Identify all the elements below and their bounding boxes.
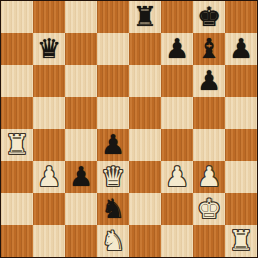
square-f6[interactable] <box>161 65 193 97</box>
square-d3[interactable]: ♛ <box>97 161 129 193</box>
square-b8[interactable] <box>33 1 65 33</box>
white-pawn-piece: ♟ <box>37 163 61 190</box>
square-b4[interactable] <box>33 129 65 161</box>
black-bishop-piece: ♝ <box>197 35 221 62</box>
square-c5[interactable] <box>65 97 97 129</box>
black-king-piece: ♚ <box>197 3 221 30</box>
square-h5[interactable] <box>225 97 257 129</box>
square-h1[interactable]: ♜ <box>225 225 257 257</box>
square-e8[interactable]: ♜ <box>129 1 161 33</box>
white-king-piece: ♚ <box>197 195 221 222</box>
square-e5[interactable] <box>129 97 161 129</box>
square-h2[interactable] <box>225 193 257 225</box>
square-a4[interactable]: ♜ <box>1 129 33 161</box>
square-f1[interactable] <box>161 225 193 257</box>
square-f5[interactable] <box>161 97 193 129</box>
white-rook-piece: ♜ <box>5 131 29 158</box>
square-g2[interactable]: ♚ <box>193 193 225 225</box>
square-e2[interactable] <box>129 193 161 225</box>
white-pawn-piece: ♟ <box>165 163 189 190</box>
square-c7[interactable] <box>65 33 97 65</box>
black-knight-piece: ♞ <box>101 195 125 222</box>
square-b2[interactable] <box>33 193 65 225</box>
square-d8[interactable] <box>97 1 129 33</box>
square-c1[interactable] <box>65 225 97 257</box>
square-c6[interactable] <box>65 65 97 97</box>
square-a5[interactable] <box>1 97 33 129</box>
square-f3[interactable]: ♟ <box>161 161 193 193</box>
square-e1[interactable] <box>129 225 161 257</box>
square-c3[interactable]: ♟ <box>65 161 97 193</box>
square-c8[interactable] <box>65 1 97 33</box>
square-b3[interactable]: ♟ <box>33 161 65 193</box>
square-b5[interactable] <box>33 97 65 129</box>
square-a7[interactable] <box>1 33 33 65</box>
square-f4[interactable] <box>161 129 193 161</box>
black-pawn-piece: ♟ <box>197 67 221 94</box>
white-rook-piece: ♜ <box>229 227 253 254</box>
square-h4[interactable] <box>225 129 257 161</box>
square-e4[interactable] <box>129 129 161 161</box>
square-b7[interactable]: ♛ <box>33 33 65 65</box>
square-g4[interactable] <box>193 129 225 161</box>
square-d7[interactable] <box>97 33 129 65</box>
square-b1[interactable] <box>33 225 65 257</box>
black-pawn-piece: ♟ <box>229 35 253 62</box>
square-f2[interactable] <box>161 193 193 225</box>
square-a2[interactable] <box>1 193 33 225</box>
black-queen-piece: ♛ <box>37 35 61 62</box>
square-g1[interactable] <box>193 225 225 257</box>
square-g7[interactable]: ♝ <box>193 33 225 65</box>
square-d6[interactable] <box>97 65 129 97</box>
square-d5[interactable] <box>97 97 129 129</box>
white-pawn-piece: ♟ <box>197 163 221 190</box>
square-h6[interactable] <box>225 65 257 97</box>
square-e7[interactable] <box>129 33 161 65</box>
board-grid: ♜♚♛♟♝♟♟♜♟♟♟♛♟♟♞♚♞♜ <box>1 1 257 257</box>
square-d4[interactable]: ♟ <box>97 129 129 161</box>
black-pawn-piece: ♟ <box>165 35 189 62</box>
white-knight-piece: ♞ <box>101 227 125 254</box>
square-d2[interactable]: ♞ <box>97 193 129 225</box>
square-g3[interactable]: ♟ <box>193 161 225 193</box>
square-c2[interactable] <box>65 193 97 225</box>
square-g6[interactable]: ♟ <box>193 65 225 97</box>
square-e6[interactable] <box>129 65 161 97</box>
square-e3[interactable] <box>129 161 161 193</box>
square-h3[interactable] <box>225 161 257 193</box>
black-rook-piece: ♜ <box>133 3 157 30</box>
square-a6[interactable] <box>1 65 33 97</box>
black-pawn-piece: ♟ <box>69 163 93 190</box>
square-f8[interactable] <box>161 1 193 33</box>
black-pawn-piece: ♟ <box>101 131 125 158</box>
square-d1[interactable]: ♞ <box>97 225 129 257</box>
square-c4[interactable] <box>65 129 97 161</box>
square-a3[interactable] <box>1 161 33 193</box>
square-a1[interactable] <box>1 225 33 257</box>
square-g5[interactable] <box>193 97 225 129</box>
square-h8[interactable] <box>225 1 257 33</box>
square-f7[interactable]: ♟ <box>161 33 193 65</box>
chess-board: ♜♚♛♟♝♟♟♜♟♟♟♛♟♟♞♚♞♜ <box>0 0 258 258</box>
square-h7[interactable]: ♟ <box>225 33 257 65</box>
square-a8[interactable] <box>1 1 33 33</box>
square-b6[interactable] <box>33 65 65 97</box>
white-queen-piece: ♛ <box>101 163 125 190</box>
square-g8[interactable]: ♚ <box>193 1 225 33</box>
